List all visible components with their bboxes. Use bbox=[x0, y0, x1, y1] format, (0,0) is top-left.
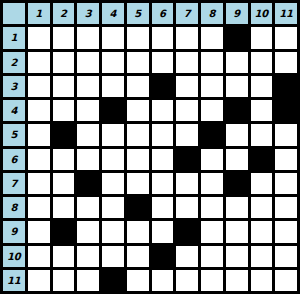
cell-r4c8[interactable] bbox=[201, 100, 223, 121]
cell-r11c7[interactable] bbox=[176, 270, 198, 291]
cell-r4c5[interactable] bbox=[127, 100, 149, 121]
row-header-8: 8 bbox=[3, 197, 25, 218]
cell-r11c11[interactable] bbox=[275, 270, 297, 291]
cell-r3c9[interactable] bbox=[226, 76, 248, 97]
cell-r9c9[interactable] bbox=[226, 221, 248, 242]
cell-r2c8[interactable] bbox=[201, 52, 223, 73]
cell-r3c8[interactable] bbox=[201, 76, 223, 97]
cell-r7c2[interactable] bbox=[53, 173, 75, 194]
row-header-10: 10 bbox=[3, 246, 25, 267]
cell-r1c7[interactable] bbox=[176, 27, 198, 48]
col-header-6: 6 bbox=[152, 3, 174, 24]
col-header-7: 7 bbox=[176, 3, 198, 24]
cell-r6c5[interactable] bbox=[127, 149, 149, 170]
cell-r10c8[interactable] bbox=[201, 246, 223, 267]
row-header-11: 11 bbox=[3, 270, 25, 291]
cell-r4c10[interactable] bbox=[251, 100, 273, 121]
cell-r6c8[interactable] bbox=[201, 149, 223, 170]
cell-r8c7[interactable] bbox=[176, 197, 198, 218]
block-cell-r8c5 bbox=[127, 197, 149, 218]
cell-r3c7[interactable] bbox=[176, 76, 198, 97]
cell-r1c8[interactable] bbox=[201, 27, 223, 48]
block-cell-r3c6 bbox=[152, 76, 174, 97]
cell-r10c7[interactable] bbox=[176, 246, 198, 267]
cell-r6c1[interactable] bbox=[28, 149, 50, 170]
cell-r7c7[interactable] bbox=[176, 173, 198, 194]
cell-r8c1[interactable] bbox=[28, 197, 50, 218]
cell-r11c10[interactable] bbox=[251, 270, 273, 291]
block-cell-r6c7 bbox=[176, 149, 198, 170]
cell-r5c7[interactable] bbox=[176, 124, 198, 145]
block-cell-r3c11 bbox=[275, 76, 297, 97]
cell-r11c3[interactable] bbox=[77, 270, 99, 291]
cell-r10c9[interactable] bbox=[226, 246, 248, 267]
row-header-7: 7 bbox=[3, 173, 25, 194]
cell-r7c8[interactable] bbox=[201, 173, 223, 194]
block-cell-r10c6 bbox=[152, 246, 174, 267]
row-header-5: 5 bbox=[3, 124, 25, 145]
col-header-2: 2 bbox=[53, 3, 75, 24]
cell-r8c2[interactable] bbox=[53, 197, 75, 218]
cell-r1c6[interactable] bbox=[152, 27, 174, 48]
cell-r2c3[interactable] bbox=[77, 52, 99, 73]
cell-r1c11[interactable] bbox=[275, 27, 297, 48]
cell-r1c5[interactable] bbox=[127, 27, 149, 48]
cell-r8c8[interactable] bbox=[201, 197, 223, 218]
cell-r10c4[interactable] bbox=[102, 246, 124, 267]
corner-cell bbox=[3, 3, 25, 24]
cell-r6c9[interactable] bbox=[226, 149, 248, 170]
col-header-10: 10 bbox=[251, 3, 273, 24]
cell-r5c3[interactable] bbox=[77, 124, 99, 145]
cell-r2c9[interactable] bbox=[226, 52, 248, 73]
cell-r5c10[interactable] bbox=[251, 124, 273, 145]
block-cell-r11c4 bbox=[102, 270, 124, 291]
cell-r8c11[interactable] bbox=[275, 197, 297, 218]
cell-r4c2[interactable] bbox=[53, 100, 75, 121]
cell-r9c8[interactable] bbox=[201, 221, 223, 242]
col-header-8: 8 bbox=[201, 3, 223, 24]
row-header-6: 6 bbox=[3, 149, 25, 170]
block-cell-r7c3 bbox=[77, 173, 99, 194]
puzzle-board: 12345678910111234567891011 bbox=[0, 0, 300, 294]
cell-r2c6[interactable] bbox=[152, 52, 174, 73]
block-cell-r5c2 bbox=[53, 124, 75, 145]
cell-r4c3[interactable] bbox=[77, 100, 99, 121]
cell-r10c3[interactable] bbox=[77, 246, 99, 267]
cell-r6c6[interactable] bbox=[152, 149, 174, 170]
cell-r7c4[interactable] bbox=[102, 173, 124, 194]
cell-r6c2[interactable] bbox=[53, 149, 75, 170]
cell-r10c5[interactable] bbox=[127, 246, 149, 267]
row-header-3: 3 bbox=[3, 76, 25, 97]
col-header-5: 5 bbox=[127, 3, 149, 24]
row-header-2: 2 bbox=[3, 52, 25, 73]
cell-r3c10[interactable] bbox=[251, 76, 273, 97]
cell-r5c1[interactable] bbox=[28, 124, 50, 145]
col-header-4: 4 bbox=[102, 3, 124, 24]
cell-r3c2[interactable] bbox=[53, 76, 75, 97]
cell-r5c5[interactable] bbox=[127, 124, 149, 145]
cell-r8c3[interactable] bbox=[77, 197, 99, 218]
cell-r3c5[interactable] bbox=[127, 76, 149, 97]
block-cell-r5c8 bbox=[201, 124, 223, 145]
cell-r9c5[interactable] bbox=[127, 221, 149, 242]
cell-r5c9[interactable] bbox=[226, 124, 248, 145]
cell-r11c5[interactable] bbox=[127, 270, 149, 291]
cell-r5c4[interactable] bbox=[102, 124, 124, 145]
cell-r1c4[interactable] bbox=[102, 27, 124, 48]
cell-r9c1[interactable] bbox=[28, 221, 50, 242]
cell-r9c10[interactable] bbox=[251, 221, 273, 242]
cell-r2c7[interactable] bbox=[176, 52, 198, 73]
cell-r2c2[interactable] bbox=[53, 52, 75, 73]
col-header-3: 3 bbox=[77, 3, 99, 24]
cell-r9c4[interactable] bbox=[102, 221, 124, 242]
cell-r7c6[interactable] bbox=[152, 173, 174, 194]
cell-r1c10[interactable] bbox=[251, 27, 273, 48]
cell-r4c1[interactable] bbox=[28, 100, 50, 121]
cell-r1c3[interactable] bbox=[77, 27, 99, 48]
block-cell-r4c9 bbox=[226, 100, 248, 121]
block-cell-r9c7 bbox=[176, 221, 198, 242]
cell-r3c3[interactable] bbox=[77, 76, 99, 97]
cell-r2c11[interactable] bbox=[275, 52, 297, 73]
cell-r8c4[interactable] bbox=[102, 197, 124, 218]
cell-r8c10[interactable] bbox=[251, 197, 273, 218]
cell-r3c4[interactable] bbox=[102, 76, 124, 97]
row-header-1: 1 bbox=[3, 27, 25, 48]
col-header-1: 1 bbox=[28, 3, 50, 24]
cell-r5c11[interactable] bbox=[275, 124, 297, 145]
row-header-9: 9 bbox=[3, 221, 25, 242]
cell-r2c5[interactable] bbox=[127, 52, 149, 73]
cell-r8c6[interactable] bbox=[152, 197, 174, 218]
cell-r9c6[interactable] bbox=[152, 221, 174, 242]
cell-r2c4[interactable] bbox=[102, 52, 124, 73]
cell-r7c1[interactable] bbox=[28, 173, 50, 194]
cell-r11c2[interactable] bbox=[53, 270, 75, 291]
cell-r11c1[interactable] bbox=[28, 270, 50, 291]
cell-r10c2[interactable] bbox=[53, 246, 75, 267]
cell-r2c10[interactable] bbox=[251, 52, 273, 73]
cell-r7c5[interactable] bbox=[127, 173, 149, 194]
cell-r10c10[interactable] bbox=[251, 246, 273, 267]
cell-r7c10[interactable] bbox=[251, 173, 273, 194]
row-header-4: 4 bbox=[3, 100, 25, 121]
cell-r9c11[interactable] bbox=[275, 221, 297, 242]
cell-r6c3[interactable] bbox=[77, 149, 99, 170]
col-header-11: 11 bbox=[275, 3, 297, 24]
cell-r11c8[interactable] bbox=[201, 270, 223, 291]
block-cell-r4c4 bbox=[102, 100, 124, 121]
block-cell-r4c11 bbox=[275, 100, 297, 121]
cell-r1c2[interactable] bbox=[53, 27, 75, 48]
cell-r9c3[interactable] bbox=[77, 221, 99, 242]
block-cell-r1c9 bbox=[226, 27, 248, 48]
cell-r6c4[interactable] bbox=[102, 149, 124, 170]
cell-r5c6[interactable] bbox=[152, 124, 174, 145]
cell-r1c1[interactable] bbox=[28, 27, 50, 48]
cell-r4c6[interactable] bbox=[152, 100, 174, 121]
col-header-9: 9 bbox=[226, 3, 248, 24]
cell-r6c11[interactable] bbox=[275, 149, 297, 170]
block-cell-r9c2 bbox=[53, 221, 75, 242]
cell-r11c6[interactable] bbox=[152, 270, 174, 291]
cell-r3c1[interactable] bbox=[28, 76, 50, 97]
cell-r7c11[interactable] bbox=[275, 173, 297, 194]
cell-r8c9[interactable] bbox=[226, 197, 248, 218]
cell-r11c9[interactable] bbox=[226, 270, 248, 291]
cell-r2c1[interactable] bbox=[28, 52, 50, 73]
cell-r10c1[interactable] bbox=[28, 246, 50, 267]
cell-r4c7[interactable] bbox=[176, 100, 198, 121]
block-cell-r6c10 bbox=[251, 149, 273, 170]
cell-r10c11[interactable] bbox=[275, 246, 297, 267]
block-cell-r7c9 bbox=[226, 173, 248, 194]
